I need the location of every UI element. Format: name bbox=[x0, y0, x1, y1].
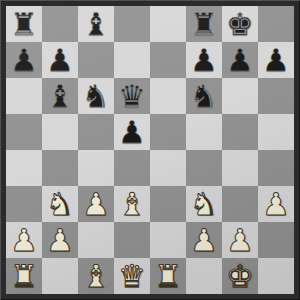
square-c7[interactable] bbox=[78, 42, 114, 78]
black-knight[interactable]: ♞ bbox=[186, 78, 222, 114]
square-d4[interactable] bbox=[114, 150, 150, 186]
square-e8[interactable] bbox=[150, 6, 186, 42]
square-b2[interactable]: ♟ bbox=[42, 222, 78, 258]
square-d1[interactable]: ♛ bbox=[114, 258, 150, 294]
white-king[interactable]: ♚ bbox=[222, 258, 258, 294]
white-bishop[interactable]: ♝ bbox=[114, 186, 150, 222]
square-d7[interactable] bbox=[114, 42, 150, 78]
square-b1[interactable] bbox=[42, 258, 78, 294]
black-king[interactable]: ♚ bbox=[222, 6, 258, 42]
black-rook[interactable]: ♜ bbox=[6, 6, 42, 42]
black-knight[interactable]: ♞ bbox=[78, 78, 114, 114]
square-g6[interactable] bbox=[222, 78, 258, 114]
white-knight[interactable]: ♞ bbox=[42, 186, 78, 222]
black-pawn[interactable]: ♟ bbox=[258, 42, 294, 78]
black-pawn[interactable]: ♟ bbox=[186, 42, 222, 78]
black-rook[interactable]: ♜ bbox=[186, 6, 222, 42]
white-pawn[interactable]: ♟ bbox=[186, 222, 222, 258]
square-c5[interactable] bbox=[78, 114, 114, 150]
square-g5[interactable] bbox=[222, 114, 258, 150]
square-f1[interactable] bbox=[186, 258, 222, 294]
square-a3[interactable] bbox=[6, 186, 42, 222]
white-pawn[interactable]: ♟ bbox=[78, 186, 114, 222]
square-g8[interactable]: ♚ bbox=[222, 6, 258, 42]
square-a5[interactable] bbox=[6, 114, 42, 150]
square-b8[interactable] bbox=[42, 6, 78, 42]
white-rook[interactable]: ♜ bbox=[150, 258, 186, 294]
square-a2[interactable]: ♟ bbox=[6, 222, 42, 258]
black-bishop[interactable]: ♝ bbox=[78, 6, 114, 42]
square-f7[interactable]: ♟ bbox=[186, 42, 222, 78]
white-pawn[interactable]: ♟ bbox=[258, 186, 294, 222]
square-c2[interactable] bbox=[78, 222, 114, 258]
square-h6[interactable] bbox=[258, 78, 294, 114]
square-h1[interactable] bbox=[258, 258, 294, 294]
white-pawn[interactable]: ♟ bbox=[42, 222, 78, 258]
square-f5[interactable] bbox=[186, 114, 222, 150]
square-g1[interactable]: ♚ bbox=[222, 258, 258, 294]
square-d2[interactable] bbox=[114, 222, 150, 258]
square-f8[interactable]: ♜ bbox=[186, 6, 222, 42]
square-e2[interactable] bbox=[150, 222, 186, 258]
square-c3[interactable]: ♟ bbox=[78, 186, 114, 222]
square-h7[interactable]: ♟ bbox=[258, 42, 294, 78]
square-a6[interactable] bbox=[6, 78, 42, 114]
black-pawn[interactable]: ♟ bbox=[222, 42, 258, 78]
square-c8[interactable]: ♝ bbox=[78, 6, 114, 42]
square-b4[interactable] bbox=[42, 150, 78, 186]
square-e5[interactable] bbox=[150, 114, 186, 150]
square-d3[interactable]: ♝ bbox=[114, 186, 150, 222]
square-a8[interactable]: ♜ bbox=[6, 6, 42, 42]
square-d8[interactable] bbox=[114, 6, 150, 42]
black-pawn[interactable]: ♟ bbox=[114, 114, 150, 150]
square-h2[interactable] bbox=[258, 222, 294, 258]
square-e4[interactable] bbox=[150, 150, 186, 186]
black-bishop[interactable]: ♝ bbox=[42, 78, 78, 114]
white-pawn[interactable]: ♟ bbox=[6, 222, 42, 258]
square-f4[interactable] bbox=[186, 150, 222, 186]
square-h3[interactable]: ♟ bbox=[258, 186, 294, 222]
white-knight[interactable]: ♞ bbox=[186, 186, 222, 222]
black-pawn[interactable]: ♟ bbox=[6, 42, 42, 78]
square-e7[interactable] bbox=[150, 42, 186, 78]
square-a1[interactable]: ♜ bbox=[6, 258, 42, 294]
black-queen[interactable]: ♛ bbox=[114, 78, 150, 114]
white-queen[interactable]: ♛ bbox=[114, 258, 150, 294]
square-a4[interactable] bbox=[6, 150, 42, 186]
square-e3[interactable] bbox=[150, 186, 186, 222]
square-b7[interactable]: ♟ bbox=[42, 42, 78, 78]
square-c1[interactable]: ♝ bbox=[78, 258, 114, 294]
square-e1[interactable]: ♜ bbox=[150, 258, 186, 294]
square-g7[interactable]: ♟ bbox=[222, 42, 258, 78]
black-pawn[interactable]: ♟ bbox=[42, 42, 78, 78]
square-f3[interactable]: ♞ bbox=[186, 186, 222, 222]
square-f6[interactable]: ♞ bbox=[186, 78, 222, 114]
square-b5[interactable] bbox=[42, 114, 78, 150]
chess-board: ♜♝♜♚♟♟♟♟♟♝♞♛♞♟♞♟♝♞♟♟♟♟♟♜♝♛♜♚ bbox=[6, 6, 294, 294]
white-rook[interactable]: ♜ bbox=[6, 258, 42, 294]
square-h5[interactable] bbox=[258, 114, 294, 150]
square-b3[interactable]: ♞ bbox=[42, 186, 78, 222]
square-c6[interactable]: ♞ bbox=[78, 78, 114, 114]
square-g3[interactable] bbox=[222, 186, 258, 222]
square-a7[interactable]: ♟ bbox=[6, 42, 42, 78]
square-f2[interactable]: ♟ bbox=[186, 222, 222, 258]
white-bishop[interactable]: ♝ bbox=[78, 258, 114, 294]
square-h8[interactable] bbox=[258, 6, 294, 42]
square-e6[interactable] bbox=[150, 78, 186, 114]
square-d6[interactable]: ♛ bbox=[114, 78, 150, 114]
square-g2[interactable]: ♟ bbox=[222, 222, 258, 258]
square-c4[interactable] bbox=[78, 150, 114, 186]
white-pawn[interactable]: ♟ bbox=[222, 222, 258, 258]
square-d5[interactable]: ♟ bbox=[114, 114, 150, 150]
square-b6[interactable]: ♝ bbox=[42, 78, 78, 114]
chess-board-frame: ♜♝♜♚♟♟♟♟♟♝♞♛♞♟♞♟♝♞♟♟♟♟♟♜♝♛♜♚ bbox=[0, 0, 300, 300]
square-h4[interactable] bbox=[258, 150, 294, 186]
square-g4[interactable] bbox=[222, 150, 258, 186]
